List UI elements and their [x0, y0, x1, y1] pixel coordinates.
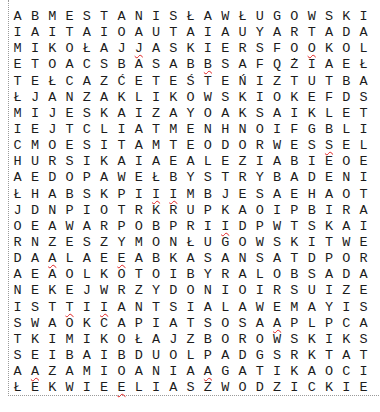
grid-cell-r16c8[interactable]: A — [130, 251, 147, 267]
grid-cell-r3c16[interactable]: F — [268, 41, 285, 57]
grid-cell-r5c5[interactable]: A — [78, 74, 95, 90]
grid-cell-r14c16[interactable]: W — [268, 219, 285, 235]
grid-cell-r15c8[interactable]: M — [130, 235, 147, 251]
grid-cell-r10c11[interactable]: A — [182, 154, 199, 170]
grid-cell-r24c15[interactable]: D — [251, 380, 268, 396]
grid-cell-r18c18[interactable]: U — [303, 283, 320, 299]
grid-cell-r22c18[interactable]: K — [303, 348, 320, 364]
grid-cell-r14c4[interactable]: W — [61, 219, 78, 235]
grid-cell-r7c18[interactable]: K — [303, 106, 320, 122]
grid-cell-r13c6[interactable]: O — [95, 203, 112, 219]
grid-cell-r10c4[interactable]: S — [61, 154, 78, 170]
grid-cell-r19c6[interactable]: I — [95, 300, 112, 316]
grid-cell-r18c17[interactable]: S — [286, 283, 303, 299]
grid-cell-r9c5[interactable]: S — [78, 138, 95, 154]
grid-cell-r9c9[interactable]: M — [147, 138, 164, 154]
grid-cell-r19c17[interactable]: M — [286, 300, 303, 316]
grid-cell-r7c17[interactable]: I — [286, 106, 303, 122]
grid-cell-r7c6[interactable]: K — [95, 106, 112, 122]
grid-cell-r12c10[interactable]: I — [165, 187, 182, 203]
grid-cell-r4c16[interactable]: Q — [268, 57, 285, 73]
grid-cell-r17c6[interactable]: K — [95, 267, 112, 283]
grid-cell-r8c13[interactable]: H — [217, 122, 234, 138]
grid-cell-r9c12[interactable]: O — [199, 138, 216, 154]
grid-cell-r11c19[interactable]: E — [320, 170, 337, 186]
grid-cell-r11c6[interactable]: A — [95, 170, 112, 186]
grid-cell-r8c14[interactable]: N — [234, 122, 251, 138]
grid-cell-r20c11[interactable]: T — [182, 316, 199, 332]
grid-cell-r16c21[interactable]: R — [355, 251, 372, 267]
grid-cell-r8c17[interactable]: F — [286, 122, 303, 138]
grid-cell-r10c18[interactable]: I — [303, 154, 320, 170]
grid-cell-r15c7[interactable]: Y — [113, 235, 130, 251]
grid-cell-r13c12[interactable]: P — [199, 203, 216, 219]
grid-cell-r7c13[interactable]: A — [217, 106, 234, 122]
grid-cell-r6c12[interactable]: W — [199, 90, 216, 106]
grid-cell-r8c8[interactable]: A — [130, 122, 147, 138]
grid-cell-r11c20[interactable]: N — [338, 170, 355, 186]
grid-cell-r7c1[interactable]: M — [9, 106, 26, 122]
grid-cell-r9c2[interactable]: M — [26, 138, 43, 154]
grid-cell-r3c10[interactable]: S — [165, 41, 182, 57]
grid-cell-r18c16[interactable]: R — [268, 283, 285, 299]
grid-cell-r24c20[interactable]: I — [338, 380, 355, 396]
grid-cell-r1c6[interactable]: T — [95, 9, 112, 25]
grid-cell-r19c19[interactable]: Y — [320, 300, 337, 316]
grid-cell-r7c2[interactable]: I — [26, 106, 43, 122]
grid-cell-r4c5[interactable]: C — [78, 57, 95, 73]
grid-cell-r20c21[interactable]: A — [355, 316, 372, 332]
grid-cell-r19c10[interactable]: S — [165, 300, 182, 316]
grid-cell-r21c2[interactable]: K — [26, 332, 43, 348]
grid-cell-r4c17[interactable]: Ż — [286, 57, 303, 73]
grid-cell-r14c5[interactable]: A — [78, 219, 95, 235]
grid-cell-r11c14[interactable]: R — [234, 170, 251, 186]
grid-cell-r11c13[interactable]: T — [217, 170, 234, 186]
grid-cell-r18c10[interactable]: D — [165, 283, 182, 299]
grid-cell-r17c14[interactable]: A — [234, 267, 251, 283]
grid-cell-r21c9[interactable]: A — [147, 332, 164, 348]
grid-cell-r10c7[interactable]: A — [113, 154, 130, 170]
grid-cell-r11c21[interactable]: I — [355, 170, 372, 186]
grid-cell-r6c21[interactable]: S — [355, 90, 372, 106]
grid-cell-r16c20[interactable]: O — [338, 251, 355, 267]
grid-cell-r7c4[interactable]: E — [61, 106, 78, 122]
grid-cell-r14c15[interactable]: P — [251, 219, 268, 235]
grid-cell-r13c10[interactable]: R — [165, 203, 182, 219]
grid-cell-r11c2[interactable]: E — [26, 170, 43, 186]
grid-cell-r24c2[interactable]: E — [26, 380, 43, 396]
grid-cell-r23c21[interactable]: I — [355, 364, 372, 380]
grid-cell-r10c17[interactable]: B — [286, 154, 303, 170]
grid-cell-r14c14[interactable]: D — [234, 219, 251, 235]
grid-cell-r24c7[interactable]: E — [113, 380, 130, 396]
grid-cell-r21c13[interactable]: O — [217, 332, 234, 348]
grid-cell-r3c3[interactable]: K — [44, 41, 61, 57]
grid-cell-r18c5[interactable]: J — [78, 283, 95, 299]
grid-cell-r5c2[interactable]: E — [26, 74, 43, 90]
grid-cell-r10c5[interactable]: I — [78, 154, 95, 170]
grid-cell-r19c8[interactable]: N — [130, 300, 147, 316]
grid-cell-r21c11[interactable]: Z — [182, 332, 199, 348]
grid-cell-r1c13[interactable]: W — [217, 9, 234, 25]
grid-cell-r12c16[interactable]: A — [268, 187, 285, 203]
grid-cell-r5c16[interactable]: Z — [268, 74, 285, 90]
grid-cell-r9c13[interactable]: D — [217, 138, 234, 154]
grid-cell-r4c12[interactable]: B — [199, 57, 216, 73]
grid-cell-r5c10[interactable]: E — [165, 74, 182, 90]
grid-cell-r20c15[interactable]: A — [251, 316, 268, 332]
grid-cell-r18c6[interactable]: W — [95, 283, 112, 299]
grid-cell-r3c7[interactable]: J — [113, 41, 130, 57]
grid-cell-r1c12[interactable]: A — [199, 9, 216, 25]
grid-cell-r17c4[interactable]: O — [61, 267, 78, 283]
grid-cell-r19c15[interactable]: W — [251, 300, 268, 316]
grid-cell-r23c8[interactable]: A — [130, 364, 147, 380]
grid-cell-r15c17[interactable]: K — [286, 235, 303, 251]
grid-cell-r16c15[interactable]: S — [251, 251, 268, 267]
grid-cell-r12c8[interactable]: I — [130, 187, 147, 203]
grid-cell-r22c13[interactable]: A — [217, 348, 234, 364]
grid-cell-r19c9[interactable]: T — [147, 300, 164, 316]
grid-cell-r22c9[interactable]: U — [147, 348, 164, 364]
grid-cell-r6c10[interactable]: K — [165, 90, 182, 106]
grid-cell-r5c11[interactable]: Ś — [182, 74, 199, 90]
grid-cell-r8c7[interactable]: I — [113, 122, 130, 138]
grid-cell-r17c20[interactable]: D — [338, 267, 355, 283]
grid-cell-r23c18[interactable]: A — [303, 364, 320, 380]
grid-cell-r6c18[interactable]: E — [303, 90, 320, 106]
grid-cell-r9c20[interactable]: E — [338, 138, 355, 154]
grid-cell-r12c9[interactable]: I — [147, 187, 164, 203]
grid-cell-r14c8[interactable]: O — [130, 219, 147, 235]
grid-cell-r1c21[interactable]: I — [355, 9, 372, 25]
grid-cell-r15c5[interactable]: S — [78, 235, 95, 251]
grid-cell-r3c12[interactable]: I — [199, 41, 216, 57]
grid-cell-r9c14[interactable]: O — [234, 138, 251, 154]
grid-cell-r9c16[interactable]: W — [268, 138, 285, 154]
grid-cell-r12c7[interactable]: P — [113, 187, 130, 203]
grid-cell-r12c17[interactable]: E — [286, 187, 303, 203]
grid-cell-r7c11[interactable]: Y — [182, 106, 199, 122]
grid-cell-r18c13[interactable]: I — [217, 283, 234, 299]
grid-cell-r10c6[interactable]: K — [95, 154, 112, 170]
grid-cell-r5c21[interactable]: A — [355, 74, 372, 90]
grid-cell-r16c12[interactable]: S — [199, 251, 216, 267]
grid-cell-r22c17[interactable]: R — [286, 348, 303, 364]
grid-cell-r22c21[interactable]: T — [355, 348, 372, 364]
grid-cell-r21c21[interactable]: S — [355, 332, 372, 348]
grid-cell-r17c5[interactable]: L — [78, 267, 95, 283]
grid-cell-r17c2[interactable]: E — [26, 267, 43, 283]
grid-cell-r23c7[interactable]: O — [113, 364, 130, 380]
grid-cell-r24c4[interactable]: W — [61, 380, 78, 396]
grid-cell-r20c1[interactable]: S — [9, 316, 26, 332]
grid-cell-r24c12[interactable]: Z — [199, 380, 216, 396]
grid-cell-r14c21[interactable]: I — [355, 219, 372, 235]
grid-cell-r24c21[interactable]: E — [355, 380, 372, 396]
grid-cell-r3c1[interactable]: M — [9, 41, 26, 57]
grid-cell-r2c20[interactable]: D — [338, 25, 355, 41]
grid-cell-r24c9[interactable]: I — [147, 380, 164, 396]
grid-cell-r1c5[interactable]: S — [78, 9, 95, 25]
grid-cell-r17c18[interactable]: S — [303, 267, 320, 283]
grid-cell-r21c17[interactable]: S — [286, 332, 303, 348]
grid-cell-r13c11[interactable]: U — [182, 203, 199, 219]
grid-cell-r16c7[interactable]: E — [113, 251, 130, 267]
grid-cell-r21c20[interactable]: K — [338, 332, 355, 348]
grid-cell-r8c4[interactable]: T — [61, 122, 78, 138]
grid-cell-r6c11[interactable]: O — [182, 90, 199, 106]
grid-cell-r8c21[interactable]: I — [355, 122, 372, 138]
grid-cell-r6c2[interactable]: J — [26, 90, 43, 106]
grid-cell-r21c19[interactable]: I — [320, 332, 337, 348]
grid-cell-r16c16[interactable]: A — [268, 251, 285, 267]
grid-cell-r7c20[interactable]: E — [338, 106, 355, 122]
grid-cell-r12c5[interactable]: S — [78, 187, 95, 203]
grid-cell-r20c6[interactable]: C — [95, 316, 112, 332]
grid-cell-r21c10[interactable]: J — [165, 332, 182, 348]
grid-cell-r6c6[interactable]: A — [95, 90, 112, 106]
grid-cell-r15c18[interactable]: I — [303, 235, 320, 251]
grid-cell-r8c3[interactable]: J — [44, 122, 61, 138]
grid-cell-r4c18[interactable]: I — [303, 57, 320, 73]
grid-cell-r17c21[interactable]: A — [355, 267, 372, 283]
grid-cell-r23c19[interactable]: O — [320, 364, 337, 380]
grid-cell-r7c16[interactable]: A — [268, 106, 285, 122]
grid-cell-r16c11[interactable]: A — [182, 251, 199, 267]
grid-cell-r8c19[interactable]: B — [320, 122, 337, 138]
grid-cell-r13c13[interactable]: K — [217, 203, 234, 219]
grid-cell-r19c7[interactable]: A — [113, 300, 130, 316]
grid-cell-r10c16[interactable]: A — [268, 154, 285, 170]
grid-cell-r2c15[interactable]: Y — [251, 25, 268, 41]
grid-cell-r4c3[interactable]: O — [44, 57, 61, 73]
grid-cell-r23c15[interactable]: T — [251, 364, 268, 380]
grid-cell-r3c8[interactable]: J — [130, 41, 147, 57]
grid-cell-r20c20[interactable]: C — [338, 316, 355, 332]
grid-cell-r3c17[interactable]: O — [286, 41, 303, 57]
grid-cell-r12c20[interactable]: O — [338, 187, 355, 203]
grid-cell-r12c12[interactable]: B — [199, 187, 216, 203]
grid-cell-r2c16[interactable]: A — [268, 25, 285, 41]
grid-cell-r6c19[interactable]: F — [320, 90, 337, 106]
grid-cell-r2c19[interactable]: A — [320, 25, 337, 41]
grid-cell-r1c20[interactable]: K — [338, 9, 355, 25]
grid-cell-r19c3[interactable]: T — [44, 300, 61, 316]
grid-cell-r24c8[interactable]: L — [130, 380, 147, 396]
grid-cell-r16c2[interactable]: A — [26, 251, 43, 267]
grid-cell-r15c9[interactable]: O — [147, 235, 164, 251]
grid-cell-r16c3[interactable]: A — [44, 251, 61, 267]
grid-cell-r19c16[interactable]: E — [268, 300, 285, 316]
grid-cell-r22c11[interactable]: L — [182, 348, 199, 364]
grid-cell-r6c20[interactable]: D — [338, 90, 355, 106]
grid-cell-r15c20[interactable]: W — [338, 235, 355, 251]
grid-cell-r8c12[interactable]: N — [199, 122, 216, 138]
grid-cell-r4c4[interactable]: A — [61, 57, 78, 73]
grid-cell-r23c17[interactable]: K — [286, 364, 303, 380]
grid-cell-r18c15[interactable]: I — [251, 283, 268, 299]
grid-cell-r18c3[interactable]: K — [44, 283, 61, 299]
grid-cell-r20c7[interactable]: A — [113, 316, 130, 332]
grid-cell-r4c2[interactable]: T — [26, 57, 43, 73]
grid-cell-r15c2[interactable]: N — [26, 235, 43, 251]
grid-cell-r12c18[interactable]: H — [303, 187, 320, 203]
grid-cell-r6c9[interactable]: I — [147, 90, 164, 106]
grid-cell-r24c13[interactable]: W — [217, 380, 234, 396]
grid-cell-r1c19[interactable]: S — [320, 9, 337, 25]
grid-cell-r15c14[interactable]: O — [234, 235, 251, 251]
grid-cell-r6c8[interactable]: L — [130, 90, 147, 106]
grid-cell-r5c4[interactable]: C — [61, 74, 78, 90]
grid-cell-r9c7[interactable]: T — [113, 138, 130, 154]
grid-cell-r5c18[interactable]: U — [303, 74, 320, 90]
grid-cell-r16c10[interactable]: K — [165, 251, 182, 267]
grid-cell-r14c3[interactable]: A — [44, 219, 61, 235]
grid-cell-r9c3[interactable]: O — [44, 138, 61, 154]
grid-cell-r23c10[interactable]: I — [165, 364, 182, 380]
grid-cell-r23c3[interactable]: Z — [44, 364, 61, 380]
grid-cell-r4c19[interactable]: A — [320, 57, 337, 73]
grid-cell-r19c14[interactable]: A — [234, 300, 251, 316]
grid-cell-r4c21[interactable]: Ł — [355, 57, 372, 73]
grid-cell-r13c19[interactable]: I — [320, 203, 337, 219]
grid-cell-r1c18[interactable]: W — [303, 9, 320, 25]
word-search-grid[interactable]: ABMESTANISŁAWŁUGOWSKIIAITAIOAUTAIAUYARTA… — [9, 9, 372, 396]
grid-cell-r13c18[interactable]: B — [303, 203, 320, 219]
grid-cell-r2c18[interactable]: T — [303, 25, 320, 41]
grid-cell-r3c15[interactable]: S — [251, 41, 268, 57]
grid-cell-r18c20[interactable]: Z — [338, 283, 355, 299]
grid-cell-r21c18[interactable]: K — [303, 332, 320, 348]
grid-cell-r21c15[interactable]: O — [251, 332, 268, 348]
grid-cell-r20c5[interactable]: K — [78, 316, 95, 332]
grid-cell-r22c8[interactable]: D — [130, 348, 147, 364]
grid-cell-r13c4[interactable]: P — [61, 203, 78, 219]
grid-cell-r11c12[interactable]: S — [199, 170, 216, 186]
grid-cell-r15c19[interactable]: T — [320, 235, 337, 251]
grid-cell-r17c10[interactable]: I — [165, 267, 182, 283]
grid-cell-r3c21[interactable]: L — [355, 41, 372, 57]
grid-cell-r1c8[interactable]: N — [130, 9, 147, 25]
grid-cell-r23c4[interactable]: A — [61, 364, 78, 380]
grid-cell-r22c4[interactable]: B — [61, 348, 78, 364]
grid-cell-r12c11[interactable]: M — [182, 187, 199, 203]
grid-cell-r1c10[interactable]: S — [165, 9, 182, 25]
grid-cell-r18c8[interactable]: Z — [130, 283, 147, 299]
grid-cell-r18c11[interactable]: O — [182, 283, 199, 299]
grid-cell-r12c1[interactable]: Ł — [9, 187, 26, 203]
grid-cell-r3c14[interactable]: R — [234, 41, 251, 57]
grid-cell-r11c17[interactable]: A — [286, 170, 303, 186]
grid-cell-r22c5[interactable]: A — [78, 348, 95, 364]
grid-cell-r7c15[interactable]: S — [251, 106, 268, 122]
grid-cell-r23c16[interactable]: I — [268, 364, 285, 380]
grid-cell-r24c14[interactable]: O — [234, 380, 251, 396]
grid-cell-r20c17[interactable]: P — [286, 316, 303, 332]
grid-cell-r20c3[interactable]: A — [44, 316, 61, 332]
grid-cell-r24c17[interactable]: I — [286, 380, 303, 396]
grid-cell-r8c1[interactable]: I — [9, 122, 26, 138]
grid-cell-r4c9[interactable]: S — [147, 57, 164, 73]
grid-cell-r23c6[interactable]: I — [95, 364, 112, 380]
grid-cell-r15c6[interactable]: Z — [95, 235, 112, 251]
grid-cell-r2c6[interactable]: I — [95, 25, 112, 41]
grid-cell-r1c1[interactable]: A — [9, 9, 26, 25]
grid-cell-r7c7[interactable]: A — [113, 106, 130, 122]
grid-cell-r19c21[interactable]: S — [355, 300, 372, 316]
grid-cell-r5c1[interactable]: T — [9, 74, 26, 90]
grid-cell-r8c9[interactable]: T — [147, 122, 164, 138]
grid-cell-r14c2[interactable]: E — [26, 219, 43, 235]
grid-cell-r1c3[interactable]: M — [44, 9, 61, 25]
grid-cell-r13c21[interactable]: A — [355, 203, 372, 219]
grid-cell-r10c2[interactable]: U — [26, 154, 43, 170]
grid-cell-r15c13[interactable]: G — [217, 235, 234, 251]
grid-cell-r1c11[interactable]: Ł — [182, 9, 199, 25]
grid-cell-r2c5[interactable]: A — [78, 25, 95, 41]
grid-cell-r8c6[interactable]: L — [95, 122, 112, 138]
grid-cell-r22c12[interactable]: P — [199, 348, 216, 364]
grid-cell-r12c2[interactable]: H — [26, 187, 43, 203]
grid-cell-r11c5[interactable]: P — [78, 170, 95, 186]
grid-cell-r23c5[interactable]: M — [78, 364, 95, 380]
grid-cell-r17c17[interactable]: B — [286, 267, 303, 283]
grid-cell-r5c13[interactable]: E — [217, 74, 234, 90]
grid-cell-r7c21[interactable]: T — [355, 106, 372, 122]
grid-cell-r10c3[interactable]: R — [44, 154, 61, 170]
grid-cell-r4c10[interactable]: A — [165, 57, 182, 73]
grid-cell-r2c17[interactable]: R — [286, 25, 303, 41]
grid-cell-r17c1[interactable]: A — [9, 267, 26, 283]
grid-cell-r7c10[interactable]: A — [165, 106, 182, 122]
grid-cell-r11c11[interactable]: Y — [182, 170, 199, 186]
grid-cell-r24c19[interactable]: K — [320, 380, 337, 396]
grid-cell-r22c20[interactable]: A — [338, 348, 355, 364]
grid-cell-r7c12[interactable]: O — [199, 106, 216, 122]
grid-cell-r14c10[interactable]: P — [165, 219, 182, 235]
grid-cell-r7c5[interactable]: S — [78, 106, 95, 122]
grid-cell-r17c7[interactable]: O — [113, 267, 130, 283]
grid-cell-r9c10[interactable]: T — [165, 138, 182, 154]
grid-cell-r15c16[interactable]: S — [268, 235, 285, 251]
grid-cell-r4c15[interactable]: F — [251, 57, 268, 73]
grid-cell-r24c11[interactable]: S — [182, 380, 199, 396]
grid-cell-r18c2[interactable]: E — [26, 283, 43, 299]
grid-cell-r15c10[interactable]: N — [165, 235, 182, 251]
grid-cell-r21c8[interactable]: Ł — [130, 332, 147, 348]
grid-cell-r11c1[interactable]: A — [9, 170, 26, 186]
grid-cell-r5c7[interactable]: Ć — [113, 74, 130, 90]
grid-cell-r14c20[interactable]: A — [338, 219, 355, 235]
grid-cell-r14c7[interactable]: P — [113, 219, 130, 235]
grid-cell-r20c2[interactable]: W — [26, 316, 43, 332]
grid-cell-r16c4[interactable]: L — [61, 251, 78, 267]
grid-cell-r6c17[interactable]: K — [286, 90, 303, 106]
grid-cell-r9c1[interactable]: C — [9, 138, 26, 154]
grid-cell-r10c9[interactable]: A — [147, 154, 164, 170]
grid-cell-r10c1[interactable]: H — [9, 154, 26, 170]
grid-cell-r4c6[interactable]: S — [95, 57, 112, 73]
grid-cell-r12c4[interactable]: B — [61, 187, 78, 203]
grid-cell-r6c4[interactable]: N — [61, 90, 78, 106]
grid-cell-r6c5[interactable]: Z — [78, 90, 95, 106]
grid-cell-r5c20[interactable]: B — [338, 74, 355, 90]
grid-cell-r2c2[interactable]: A — [26, 25, 43, 41]
grid-cell-r22c10[interactable]: O — [165, 348, 182, 364]
grid-cell-r18c9[interactable]: Y — [147, 283, 164, 299]
